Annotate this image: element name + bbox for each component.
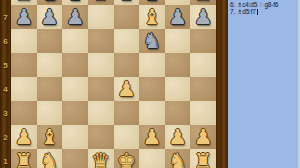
square-d5[interactable] bbox=[88, 53, 114, 77]
square-e5[interactable] bbox=[114, 53, 140, 77]
move-line-6: 6. ♗c4:d5 ♘g8-f6 bbox=[230, 1, 299, 8]
square-d1[interactable]: ♛ bbox=[88, 149, 114, 168]
white-bishop-f7[interactable]: ♝ bbox=[143, 5, 162, 29]
white-rook-a1[interactable]: ♜ bbox=[14, 149, 33, 168]
white-pawn-g2[interactable]: ♟ bbox=[168, 125, 187, 149]
square-f1[interactable] bbox=[139, 149, 165, 168]
square-d4[interactable] bbox=[88, 77, 114, 101]
square-f3[interactable] bbox=[139, 101, 165, 125]
square-b4[interactable] bbox=[37, 77, 63, 101]
rank-label-5: 5 bbox=[0, 53, 11, 77]
square-g6[interactable] bbox=[165, 29, 191, 53]
move-line-7-text: 7. ♗d5:f7 bbox=[230, 8, 256, 15]
rank-label-6: 6 bbox=[0, 29, 11, 53]
square-a2[interactable]: ♟ bbox=[11, 125, 37, 149]
square-b6[interactable] bbox=[37, 29, 63, 53]
square-b3[interactable] bbox=[37, 101, 63, 125]
square-e6[interactable] bbox=[114, 29, 140, 53]
rank-label-7: 7 bbox=[0, 5, 11, 29]
square-c7[interactable]: ♟ bbox=[62, 5, 88, 29]
white-knight-g1[interactable]: ♞ bbox=[168, 149, 187, 168]
square-c6[interactable] bbox=[62, 29, 88, 53]
black-pawn-b7[interactable]: ♟ bbox=[40, 5, 59, 29]
square-h1[interactable]: ♜ bbox=[190, 149, 216, 168]
square-c3[interactable] bbox=[62, 101, 88, 125]
white-queen-d1[interactable]: ♛ bbox=[91, 149, 110, 168]
square-a4[interactable] bbox=[11, 77, 37, 101]
square-d7[interactable] bbox=[88, 5, 114, 29]
square-c2[interactable] bbox=[62, 125, 88, 149]
square-e3[interactable] bbox=[114, 101, 140, 125]
square-c5[interactable] bbox=[62, 53, 88, 77]
text-cursor bbox=[257, 9, 258, 15]
rank-label-2: 2 bbox=[0, 125, 11, 149]
square-a1[interactable]: ♜ bbox=[11, 149, 37, 168]
square-h2[interactable]: ♟ bbox=[190, 125, 216, 149]
square-e7[interactable] bbox=[114, 5, 140, 29]
square-a6[interactable] bbox=[11, 29, 37, 53]
white-pawn-e4[interactable]: ♟ bbox=[117, 77, 136, 101]
square-g2[interactable]: ♟ bbox=[165, 125, 191, 149]
square-e1[interactable]: ♚ bbox=[114, 149, 140, 168]
white-knight-b1[interactable]: ♞ bbox=[40, 149, 59, 168]
square-d3[interactable] bbox=[88, 101, 114, 125]
square-a7[interactable]: ♟ bbox=[11, 5, 37, 29]
black-pawn-g7[interactable]: ♟ bbox=[168, 5, 187, 29]
rank-label-4: 4 bbox=[0, 77, 11, 101]
square-e4[interactable]: ♟ bbox=[114, 77, 140, 101]
square-e2[interactable] bbox=[114, 125, 140, 149]
square-g5[interactable] bbox=[165, 53, 191, 77]
square-h4[interactable] bbox=[190, 77, 216, 101]
white-rook-h1[interactable]: ♜ bbox=[194, 149, 213, 168]
square-h3[interactable] bbox=[190, 101, 216, 125]
white-king-e1[interactable]: ♚ bbox=[117, 149, 136, 168]
square-g3[interactable] bbox=[165, 101, 191, 125]
rank-label-3: 3 bbox=[0, 101, 11, 125]
square-b5[interactable] bbox=[37, 53, 63, 77]
move-line-7: 7. ♗d5:f7 bbox=[230, 8, 299, 15]
white-pawn-a2[interactable]: ♟ bbox=[14, 125, 33, 149]
square-g4[interactable] bbox=[165, 77, 191, 101]
square-d6[interactable] bbox=[88, 29, 114, 53]
black-knight-f6[interactable]: ♞ bbox=[143, 29, 162, 53]
square-g1[interactable]: ♞ bbox=[165, 149, 191, 168]
square-a3[interactable] bbox=[11, 101, 37, 125]
square-d2[interactable] bbox=[88, 125, 114, 149]
square-g7[interactable]: ♟ bbox=[165, 5, 191, 29]
black-pawn-c7[interactable]: ♟ bbox=[66, 5, 85, 29]
square-b7[interactable]: ♟ bbox=[37, 5, 63, 29]
square-f6[interactable]: ♞ bbox=[139, 29, 165, 53]
white-pawn-h2[interactable]: ♟ bbox=[194, 125, 213, 149]
square-h5[interactable] bbox=[190, 53, 216, 77]
black-pawn-h7[interactable]: ♟ bbox=[194, 5, 213, 29]
panel-right-edge bbox=[298, 0, 300, 168]
square-f4[interactable] bbox=[139, 77, 165, 101]
notation-panel[interactable]: 6. ♗c4:d5 ♘g8-f6 7. ♗d5:f7 bbox=[228, 0, 300, 168]
square-c1[interactable] bbox=[62, 149, 88, 168]
move-line-6-text: 6. ♗c4:d5 ♘g8-f6 bbox=[230, 1, 278, 8]
chess-app-window: 87654321 ♜♞♝♛♚♝♜♟♟♟♝♟♟♞♟♟♝♟♟♟♜♞♛♚♞♜ 6. ♗… bbox=[0, 0, 300, 168]
square-b2[interactable]: ♝ bbox=[37, 125, 63, 149]
square-h7[interactable]: ♟ bbox=[190, 5, 216, 29]
white-pawn-f2[interactable]: ♟ bbox=[143, 125, 162, 149]
board-grid: ♜♞♝♛♚♝♜♟♟♟♝♟♟♞♟♟♝♟♟♟♜♞♛♚♞♜ bbox=[11, 0, 216, 168]
square-a5[interactable] bbox=[11, 53, 37, 77]
square-b1[interactable]: ♞ bbox=[37, 149, 63, 168]
rank-labels: 87654321 bbox=[0, 0, 11, 168]
square-c4[interactable] bbox=[62, 77, 88, 101]
square-f5[interactable] bbox=[139, 53, 165, 77]
rank-label-1: 1 bbox=[0, 149, 11, 168]
white-bishop-b2[interactable]: ♝ bbox=[40, 125, 59, 149]
black-pawn-a7[interactable]: ♟ bbox=[14, 5, 33, 29]
square-f7[interactable]: ♝ bbox=[139, 5, 165, 29]
square-h6[interactable] bbox=[190, 29, 216, 53]
square-f2[interactable]: ♟ bbox=[139, 125, 165, 149]
